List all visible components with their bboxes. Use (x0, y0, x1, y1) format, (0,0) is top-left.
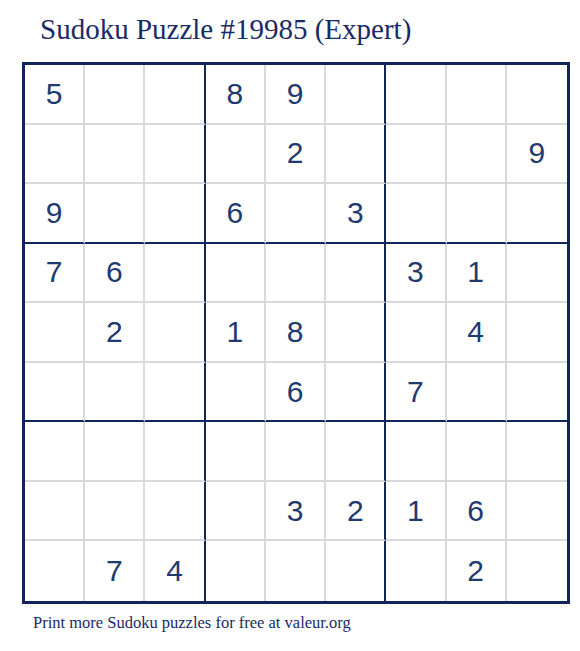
cell-r9c5 (266, 541, 326, 601)
footer-text: Print more Sudoku puzzles for free at va… (33, 613, 351, 633)
cell-r8c8: 6 (447, 482, 507, 542)
cell-r4c1: 7 (25, 244, 85, 304)
cell-r8c9 (507, 482, 567, 542)
cell-r4c9 (507, 244, 567, 304)
cell-r4c6 (326, 244, 386, 304)
cell-r9c7 (386, 541, 446, 601)
cell-r6c7: 7 (386, 363, 446, 423)
cell-r5c6 (326, 303, 386, 363)
cell-r8c1 (25, 482, 85, 542)
cell-r4c7: 3 (386, 244, 446, 304)
cell-r7c5 (266, 422, 326, 482)
cell-r5c4: 1 (206, 303, 266, 363)
cell-r5c3 (145, 303, 205, 363)
cell-r2c1 (25, 125, 85, 185)
cell-r7c6 (326, 422, 386, 482)
cell-r9c3: 4 (145, 541, 205, 601)
cell-r1c9 (507, 65, 567, 125)
cell-r2c3 (145, 125, 205, 185)
cell-r9c2: 7 (85, 541, 145, 601)
cell-r8c3 (145, 482, 205, 542)
cell-r8c4 (206, 482, 266, 542)
cell-r2c2 (85, 125, 145, 185)
cell-r6c5: 6 (266, 363, 326, 423)
sudoku-board: 5892996376312184673216742 (22, 62, 570, 604)
cell-r8c2 (85, 482, 145, 542)
cell-r4c8: 1 (447, 244, 507, 304)
cell-r7c8 (447, 422, 507, 482)
cell-r1c2 (85, 65, 145, 125)
cell-r5c5: 8 (266, 303, 326, 363)
cell-r1c4: 8 (206, 65, 266, 125)
cell-r3c7 (386, 184, 446, 244)
cell-r3c4: 6 (206, 184, 266, 244)
cell-r7c9 (507, 422, 567, 482)
cell-r2c6 (326, 125, 386, 185)
cell-r3c1: 9 (25, 184, 85, 244)
cell-r6c8 (447, 363, 507, 423)
cell-r4c2: 6 (85, 244, 145, 304)
cell-r1c1: 5 (25, 65, 85, 125)
cell-r2c4 (206, 125, 266, 185)
cell-r2c8 (447, 125, 507, 185)
cell-r5c9 (507, 303, 567, 363)
cell-r7c3 (145, 422, 205, 482)
cell-r1c8 (447, 65, 507, 125)
cell-r8c6: 2 (326, 482, 386, 542)
cell-r8c7: 1 (386, 482, 446, 542)
cell-r9c4 (206, 541, 266, 601)
sudoku-page: Sudoku Puzzle #19985 (Expert) 5892996376… (0, 0, 580, 651)
cell-r1c5: 9 (266, 65, 326, 125)
cell-r4c4 (206, 244, 266, 304)
cell-r4c5 (266, 244, 326, 304)
cell-r9c9 (507, 541, 567, 601)
cell-r6c6 (326, 363, 386, 423)
cell-r3c8 (447, 184, 507, 244)
cell-r7c7 (386, 422, 446, 482)
cell-r1c6 (326, 65, 386, 125)
cell-r1c3 (145, 65, 205, 125)
cell-r6c4 (206, 363, 266, 423)
cell-r5c8: 4 (447, 303, 507, 363)
cell-r8c5: 3 (266, 482, 326, 542)
cell-r7c1 (25, 422, 85, 482)
cell-r6c2 (85, 363, 145, 423)
cell-r2c5: 2 (266, 125, 326, 185)
cell-r9c1 (25, 541, 85, 601)
cell-r7c4 (206, 422, 266, 482)
cell-r3c6: 3 (326, 184, 386, 244)
cell-r3c3 (145, 184, 205, 244)
cell-r6c3 (145, 363, 205, 423)
cell-r4c3 (145, 244, 205, 304)
cell-r2c7 (386, 125, 446, 185)
cell-r3c5 (266, 184, 326, 244)
cell-r1c7 (386, 65, 446, 125)
cell-r5c2: 2 (85, 303, 145, 363)
cell-r9c8: 2 (447, 541, 507, 601)
cell-r5c7 (386, 303, 446, 363)
cell-r6c9 (507, 363, 567, 423)
cell-r3c2 (85, 184, 145, 244)
cell-r5c1 (25, 303, 85, 363)
cell-r6c1 (25, 363, 85, 423)
cell-r7c2 (85, 422, 145, 482)
cell-r2c9: 9 (507, 125, 567, 185)
page-title: Sudoku Puzzle #19985 (Expert) (40, 12, 411, 47)
cell-r3c9 (507, 184, 567, 244)
cell-r9c6 (326, 541, 386, 601)
